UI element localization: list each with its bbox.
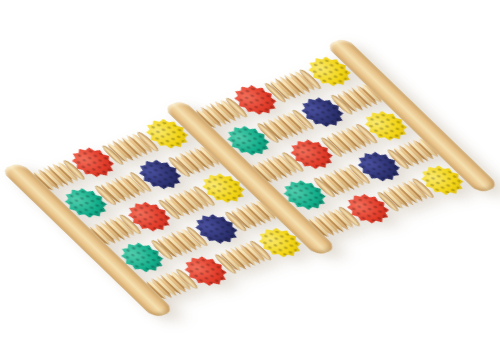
wood-ridged-roller xyxy=(304,206,357,241)
wood-ridged-roller xyxy=(216,239,269,274)
wood-ridged-roller xyxy=(142,268,195,303)
foot-massager-board xyxy=(0,37,499,318)
rows-layer xyxy=(0,37,499,318)
wood-ridged-roller xyxy=(379,177,432,212)
product-photo: Wooden dual foot massage roller with fiv… xyxy=(0,0,500,357)
